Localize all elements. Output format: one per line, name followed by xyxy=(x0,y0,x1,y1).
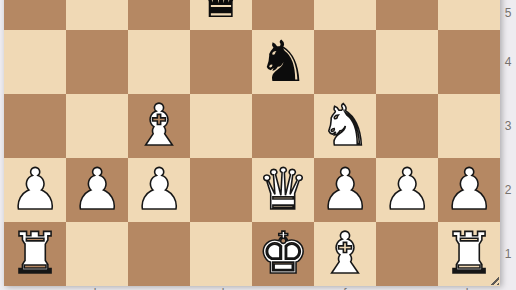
square-d4[interactable] xyxy=(190,30,252,94)
square-g2[interactable]: ♟ xyxy=(376,158,438,222)
square-g5[interactable] xyxy=(376,0,438,30)
square-c2[interactable]: ♟ xyxy=(128,158,190,222)
square-g4[interactable] xyxy=(376,30,438,94)
square-a3[interactable] xyxy=(4,94,66,158)
square-e1[interactable]: ♚ xyxy=(252,222,314,286)
piece-white-king[interactable]: ♚ xyxy=(252,222,314,286)
square-h5[interactable] xyxy=(438,0,500,30)
square-f1[interactable]: ♝ xyxy=(314,222,376,286)
square-b4[interactable] xyxy=(66,30,128,94)
piece-white-rook[interactable]: ♜ xyxy=(4,222,66,286)
square-d1[interactable] xyxy=(190,222,252,286)
rank-label-3: 3 xyxy=(501,119,515,133)
square-e3[interactable] xyxy=(252,94,314,158)
piece-white-pawn[interactable]: ♟ xyxy=(4,158,66,222)
rank-label-4: 4 xyxy=(501,55,515,69)
chessboard-viewport: ♛♞♝♞♟♟♟♛♟♟♟♜♚♝♜ 54321 abcdefgh xyxy=(0,0,516,290)
square-h4[interactable] xyxy=(438,30,500,94)
square-f2[interactable]: ♟ xyxy=(314,158,376,222)
chess-board: ♛♞♝♞♟♟♟♛♟♟♟♜♚♝♜ xyxy=(4,0,500,286)
square-h2[interactable]: ♟ xyxy=(438,158,500,222)
piece-white-knight[interactable]: ♞ xyxy=(314,94,376,158)
piece-white-bishop[interactable]: ♝ xyxy=(128,94,190,158)
piece-white-pawn[interactable]: ♟ xyxy=(438,158,500,222)
piece-white-pawn[interactable]: ♟ xyxy=(314,158,376,222)
square-c1[interactable] xyxy=(128,222,190,286)
piece-white-pawn[interactable]: ♟ xyxy=(128,158,190,222)
piece-white-queen[interactable]: ♛ xyxy=(252,158,314,222)
rank-label-1: 1 xyxy=(501,247,515,261)
square-c5[interactable] xyxy=(128,0,190,30)
square-c3[interactable]: ♝ xyxy=(128,94,190,158)
piece-white-pawn[interactable]: ♟ xyxy=(376,158,438,222)
rank-label-5: 5 xyxy=(501,6,515,20)
square-b3[interactable] xyxy=(66,94,128,158)
square-h1[interactable]: ♜ xyxy=(438,222,500,286)
square-e2[interactable]: ♛ xyxy=(252,158,314,222)
square-g3[interactable] xyxy=(376,94,438,158)
square-h3[interactable] xyxy=(438,94,500,158)
piece-black-queen[interactable]: ♛ xyxy=(190,0,252,30)
square-f5[interactable] xyxy=(314,0,376,30)
square-d2[interactable] xyxy=(190,158,252,222)
square-e5[interactable] xyxy=(252,0,314,30)
square-e4[interactable]: ♞ xyxy=(252,30,314,94)
square-a5[interactable] xyxy=(4,0,66,30)
square-f4[interactable] xyxy=(314,30,376,94)
piece-black-knight[interactable]: ♞ xyxy=(252,30,314,94)
square-b2[interactable]: ♟ xyxy=(66,158,128,222)
square-f3[interactable]: ♞ xyxy=(314,94,376,158)
piece-white-bishop[interactable]: ♝ xyxy=(314,222,376,286)
square-a2[interactable]: ♟ xyxy=(4,158,66,222)
square-d3[interactable] xyxy=(190,94,252,158)
square-g1[interactable] xyxy=(376,222,438,286)
piece-white-rook[interactable]: ♜ xyxy=(438,222,500,286)
piece-white-pawn[interactable]: ♟ xyxy=(66,158,128,222)
square-c4[interactable] xyxy=(128,30,190,94)
square-b5[interactable] xyxy=(66,0,128,30)
square-b1[interactable] xyxy=(66,222,128,286)
square-d5[interactable]: ♛ xyxy=(190,0,252,30)
rank-label-2: 2 xyxy=(501,183,515,197)
square-a1[interactable]: ♜ xyxy=(4,222,66,286)
square-a4[interactable] xyxy=(4,30,66,94)
